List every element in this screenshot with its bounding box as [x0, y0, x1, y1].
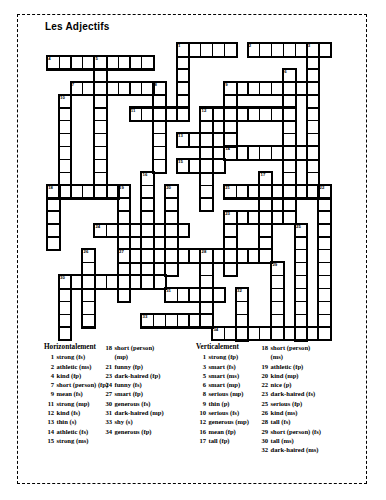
grid-cell[interactable] [177, 224, 190, 238]
grid-cell[interactable] [118, 249, 131, 263]
clue-item-number: 24 [98, 380, 112, 389]
clue-item-text: short (person) [115, 343, 155, 352]
grid-cell[interactable] [59, 185, 72, 199]
grid-cell[interactable] [283, 82, 296, 96]
grid-cell[interactable] [165, 237, 178, 251]
grid-cell[interactable] [94, 69, 107, 83]
grid-cell[interactable] [130, 82, 143, 96]
clue-item-text: short (person) (fs) [271, 427, 322, 436]
grid-cell[interactable] [318, 211, 331, 225]
grid-cell[interactable] [153, 120, 166, 134]
grid-cell[interactable] [141, 82, 154, 96]
grid-cell[interactable] [59, 327, 72, 341]
grid-cell[interactable] [59, 95, 72, 109]
grid-cell[interactable] [318, 275, 331, 289]
grid-cell[interactable] [165, 211, 178, 225]
grid-cell[interactable] [248, 249, 261, 263]
clue-item-text: smart (fs) [209, 362, 236, 371]
grid-cell[interactable] [224, 224, 237, 238]
grid-cell[interactable] [248, 185, 261, 199]
grid-cell[interactable] [271, 146, 284, 160]
grid-cell[interactable] [59, 275, 72, 289]
grid-cell[interactable] [130, 275, 143, 289]
grid-cell[interactable] [259, 108, 272, 122]
grid-cell[interactable] [283, 185, 296, 199]
grid-cell[interactable] [259, 237, 272, 251]
grid-cell[interactable] [153, 314, 166, 328]
clue-item-across-18: 18short (person) [98, 343, 164, 352]
clue-item-number: 6 [192, 380, 206, 389]
grid-cell[interactable] [47, 224, 60, 238]
grid-cell[interactable] [118, 288, 131, 302]
grid-cell[interactable] [248, 108, 261, 122]
clue-item-across-27: 27smart (fp) [98, 389, 164, 398]
grid-cell[interactable] [189, 159, 202, 173]
grid-cell[interactable] [177, 314, 190, 328]
grid-cell[interactable] [153, 133, 166, 147]
grid-cell[interactable] [236, 185, 249, 199]
grid-cell[interactable] [307, 133, 320, 147]
clue-item-number: 20 [254, 371, 268, 380]
grid-cell[interactable] [224, 43, 237, 57]
clue-item-text: athletic (fp) [271, 362, 304, 371]
grid-cell[interactable] [94, 146, 107, 160]
clue-item-number: 11 [40, 399, 54, 408]
grid-cell[interactable] [153, 95, 166, 109]
grid-cell[interactable] [307, 146, 320, 160]
grid-cell[interactable] [189, 249, 202, 263]
grid-cell[interactable] [118, 82, 131, 96]
grid-cell[interactable] [212, 288, 225, 302]
grid-cell[interactable] [200, 159, 213, 173]
grid-cell[interactable] [236, 108, 249, 122]
grid-cell[interactable] [94, 275, 107, 289]
grid-cell[interactable] [141, 185, 154, 199]
grid-cell[interactable] [224, 262, 237, 276]
grid-cell[interactable] [130, 249, 143, 263]
grid-cell[interactable] [248, 327, 261, 341]
clue-item-down-20: 20kind (mp) [254, 371, 321, 380]
grid-cell[interactable] [94, 108, 107, 122]
grid-cell[interactable] [318, 237, 331, 251]
clue-item-number: 7 [40, 380, 54, 389]
grid-cell[interactable] [318, 185, 331, 199]
grid-cell[interactable] [259, 211, 272, 225]
clue-item-across-24: 24funny (fs) [98, 380, 164, 389]
grid-cell[interactable] [200, 249, 213, 263]
grid-cell[interactable] [307, 95, 320, 109]
grid-cell[interactable] [118, 262, 131, 276]
crossword-grid: 1247911121314151821232427303133343568101… [0, 0, 386, 386]
grid-cell[interactable] [47, 237, 60, 251]
grid-cell[interactable] [177, 69, 190, 83]
grid-cell[interactable] [94, 159, 107, 173]
grid-cell[interactable] [283, 327, 296, 341]
grid-cell[interactable] [224, 237, 237, 251]
grid-cell[interactable] [295, 82, 308, 96]
grid-cell[interactable] [224, 327, 237, 341]
clue-item-across-18-cont: (mp) [98, 352, 164, 361]
grid-cell[interactable] [318, 249, 331, 263]
clue-item-number: 32 [254, 445, 268, 454]
grid-cell[interactable] [153, 108, 166, 122]
grid-cell[interactable] [271, 108, 284, 122]
grid-cell[interactable] [189, 314, 202, 328]
grid-cell[interactable] [307, 43, 320, 57]
clue-item-down-22: 22nice (p) [254, 380, 321, 389]
grid-cell[interactable] [224, 133, 237, 147]
grid-cell[interactable] [118, 275, 131, 289]
grid-cell[interactable] [212, 133, 225, 147]
grid-cell[interactable] [200, 133, 213, 147]
grid-cell[interactable] [106, 224, 119, 238]
grid-cell[interactable] [177, 108, 190, 122]
grid-cell[interactable] [271, 211, 284, 225]
grid-cell[interactable] [224, 95, 237, 109]
grid-cell[interactable] [82, 185, 95, 199]
grid-cell[interactable] [307, 185, 320, 199]
grid-cell[interactable] [71, 56, 84, 70]
grid-cell[interactable] [177, 95, 190, 109]
grid-cell[interactable] [200, 301, 213, 315]
grid-cell[interactable] [318, 327, 331, 341]
grid-cell[interactable] [94, 120, 107, 134]
clue-item-number: 2 [40, 362, 54, 371]
clue-item-down-12: 12generous (mp) [192, 417, 249, 426]
grid-cell[interactable] [283, 120, 296, 134]
grid-cell[interactable] [59, 301, 72, 315]
clue-item-text: kind (mp) [271, 371, 299, 380]
grid-cell[interactable] [165, 224, 178, 238]
grid-cell[interactable] [94, 185, 107, 199]
grid-cell[interactable] [177, 82, 190, 96]
grid-cell[interactable] [177, 43, 190, 57]
grid-cell[interactable] [236, 314, 249, 328]
grid-cell[interactable] [71, 82, 84, 96]
grid-cell[interactable] [153, 249, 166, 263]
grid-cell[interactable] [200, 146, 213, 160]
grid-cell[interactable] [295, 262, 308, 276]
grid-cell[interactable] [141, 211, 154, 225]
grid-cell[interactable] [271, 301, 284, 315]
grid-cell[interactable] [165, 262, 178, 276]
grid-cell[interactable] [82, 275, 95, 289]
clue-item-text: serious (fp) [271, 399, 303, 408]
grid-cell[interactable] [153, 82, 166, 96]
grid-cell[interactable] [106, 185, 119, 199]
grid-cell[interactable] [307, 69, 320, 83]
grid-cell[interactable] [106, 275, 119, 289]
grid-cell[interactable] [248, 146, 261, 160]
grid-cell[interactable] [318, 224, 331, 238]
grid-cell[interactable] [271, 327, 284, 341]
clue-item-number: 23 [98, 371, 112, 380]
grid-cell[interactable] [307, 56, 320, 70]
grid-cell[interactable] [271, 275, 284, 289]
grid-cell[interactable] [47, 211, 60, 225]
grid-cell[interactable] [82, 56, 95, 70]
grid-cell[interactable] [94, 224, 107, 238]
clue-item-down-25: 25serious (fp) [254, 399, 321, 408]
grid-cell[interactable] [224, 82, 237, 96]
grid-cell[interactable] [259, 82, 272, 96]
grid-cell[interactable] [59, 108, 72, 122]
grid-cell[interactable] [106, 56, 119, 70]
clue-item-text: dark-haired (fs) [271, 389, 316, 398]
grid-cell[interactable] [141, 108, 154, 122]
grid-cell[interactable] [283, 108, 296, 122]
grid-cell[interactable] [118, 237, 131, 251]
grid-cell[interactable] [177, 133, 190, 147]
grid-cell[interactable] [295, 275, 308, 289]
clue-item-across-23: 23dark-haired (fp) [98, 371, 164, 380]
grid-cell[interactable] [283, 211, 296, 225]
grid-cell[interactable] [118, 56, 131, 70]
grid-cell[interactable] [236, 82, 249, 96]
clue-item-number: 27 [98, 389, 112, 398]
grid-cell[interactable] [236, 146, 249, 160]
grid-cell[interactable] [283, 172, 296, 186]
grid-cell[interactable] [212, 159, 225, 173]
grid-cell[interactable] [165, 288, 178, 302]
clue-item-text: mean (fp) [209, 427, 236, 436]
grid-cell[interactable] [200, 198, 213, 212]
grid-cell[interactable] [165, 108, 178, 122]
grid-cell[interactable] [295, 327, 308, 341]
clue-item-text: dark-haired (fp) [115, 371, 161, 380]
grid-cell[interactable] [200, 275, 213, 289]
grid-cell[interactable] [71, 275, 84, 289]
grid-cell[interactable] [94, 172, 107, 186]
grid-cell[interactable] [271, 262, 284, 276]
grid-cell[interactable] [153, 275, 166, 289]
grid-cell[interactable] [318, 43, 331, 57]
grid-cell[interactable] [259, 43, 272, 57]
grid-cell[interactable] [248, 211, 261, 225]
grid-cell[interactable] [318, 288, 331, 302]
grid-cell[interactable] [94, 56, 107, 70]
grid-cell[interactable] [318, 314, 331, 328]
grid-cell[interactable] [177, 249, 190, 263]
grid-cell[interactable] [153, 146, 166, 160]
grid-cell[interactable] [141, 56, 154, 70]
grid-cell[interactable] [200, 172, 213, 186]
grid-cell[interactable] [59, 172, 72, 186]
grid-cell[interactable] [141, 237, 154, 251]
grid-cell[interactable] [283, 198, 296, 212]
grid-cell[interactable] [295, 288, 308, 302]
grid-cell[interactable] [200, 185, 213, 199]
grid-cell[interactable] [94, 133, 107, 147]
grid-cell[interactable] [307, 159, 320, 173]
grid-cell[interactable] [94, 82, 107, 96]
clue-item-number: 31 [98, 408, 112, 417]
clue-item-number: 10 [192, 408, 206, 417]
clue-item-number: 30 [98, 399, 112, 408]
grid-cell[interactable] [259, 185, 272, 199]
grid-cell[interactable] [141, 275, 154, 289]
clue-item-number [254, 352, 268, 361]
grid-cell[interactable] [82, 82, 95, 96]
grid-cell[interactable] [295, 249, 308, 263]
grid-cell[interactable] [236, 327, 249, 341]
grid-cell[interactable] [283, 133, 296, 147]
grid-cell[interactable] [153, 224, 166, 238]
grid-cell[interactable] [224, 108, 237, 122]
clue-item-down-26: 26kind (ms) [254, 408, 321, 417]
grid-cell[interactable] [153, 159, 166, 173]
grid-cell[interactable] [224, 211, 237, 225]
grid-cell[interactable] [212, 43, 225, 57]
clue-item-number: 18 [98, 343, 112, 352]
grid-cell[interactable] [212, 108, 225, 122]
grid-cell[interactable] [259, 224, 272, 238]
grid-cell[interactable] [283, 95, 296, 109]
grid-cell[interactable] [259, 172, 272, 186]
grid-cell[interactable] [318, 301, 331, 315]
grid-cell[interactable] [259, 249, 272, 263]
grid-cell[interactable] [106, 82, 119, 96]
grid-cell[interactable] [82, 301, 95, 315]
grid-cell[interactable] [295, 314, 308, 328]
grid-cell[interactable] [165, 249, 178, 263]
grid-cell[interactable] [118, 185, 131, 199]
grid-cell[interactable] [130, 56, 143, 70]
clue-item-text: tall (fs) [271, 417, 291, 426]
clue-item-number: 18 [254, 343, 268, 352]
grid-cell[interactable] [118, 224, 131, 238]
clue-item-text: shy (s) [115, 417, 133, 426]
grid-cell[interactable] [200, 262, 213, 276]
grid-cell[interactable] [141, 198, 154, 212]
grid-cell[interactable] [295, 185, 308, 199]
grid-cell[interactable] [82, 262, 95, 276]
grid-cell[interactable] [165, 198, 178, 212]
grid-cell[interactable] [189, 133, 202, 147]
grid-cell[interactable] [59, 159, 72, 173]
grid-cell[interactable] [82, 288, 95, 302]
clue-header-down: Verticalement [196, 343, 249, 352]
grid-cell[interactable] [271, 288, 284, 302]
grid-cell[interactable] [283, 69, 296, 83]
clue-item-down-16: 16mean (fp) [192, 427, 249, 436]
grid-cell[interactable] [141, 249, 154, 263]
grid-cell[interactable] [236, 249, 249, 263]
grid-cell[interactable] [189, 288, 202, 302]
grid-cell[interactable] [200, 120, 213, 134]
grid-cell[interactable] [165, 185, 178, 199]
grid-cell[interactable] [71, 185, 84, 199]
grid-cell[interactable] [82, 314, 95, 328]
grid-cell[interactable] [307, 108, 320, 122]
grid-cell[interactable] [224, 249, 237, 263]
grid-cell[interactable] [271, 185, 284, 199]
grid-cell[interactable] [271, 314, 284, 328]
grid-cell[interactable] [200, 288, 213, 302]
grid-cell[interactable] [59, 314, 72, 328]
grid-cell[interactable] [141, 224, 154, 238]
grid-cell[interactable] [82, 249, 95, 263]
grid-cell[interactable] [177, 56, 190, 70]
grid-cell[interactable] [295, 237, 308, 251]
grid-cell[interactable] [47, 198, 60, 212]
clue-item-text: strong (fp) [209, 352, 239, 361]
grid-cell[interactable] [59, 56, 72, 70]
clue-item-number: 4 [40, 371, 54, 380]
grid-cell[interactable] [118, 198, 131, 212]
grid-cell[interactable] [118, 211, 131, 225]
grid-cell[interactable] [283, 159, 296, 173]
worksheet-page: Les Adjectifs 12479111213141518212324273… [0, 0, 386, 500]
grid-cell[interactable] [248, 43, 261, 57]
grid-cell[interactable] [283, 146, 296, 160]
grid-cell[interactable] [283, 43, 296, 57]
grid-cell[interactable] [248, 82, 261, 96]
grid-cell[interactable] [130, 108, 143, 122]
grid-cell[interactable] [236, 211, 249, 225]
grid-cell[interactable] [295, 43, 308, 57]
grid-cell[interactable] [59, 120, 72, 134]
grid-cell[interactable] [189, 43, 202, 57]
grid-cell[interactable] [224, 185, 237, 199]
grid-cell[interactable] [307, 120, 320, 134]
clue-item-down-18: 18short (person) [254, 343, 321, 352]
grid-cell[interactable] [271, 43, 284, 57]
grid-cell[interactable] [130, 224, 143, 238]
grid-cell[interactable] [165, 314, 178, 328]
grid-cell[interactable] [259, 327, 272, 341]
clue-item-text: smart (mp) [209, 380, 241, 389]
grid-cell[interactable] [307, 172, 320, 186]
grid-cell[interactable] [295, 224, 308, 238]
grid-cell[interactable] [224, 120, 237, 134]
grid-cell[interactable] [236, 301, 249, 315]
grid-cell[interactable] [59, 133, 72, 147]
grid-cell[interactable] [200, 43, 213, 57]
grid-cell[interactable] [94, 95, 107, 109]
grid-cell[interactable] [59, 288, 72, 302]
grid-cell[interactable] [318, 198, 331, 212]
grid-cell[interactable] [177, 159, 190, 173]
grid-cell[interactable] [141, 262, 154, 276]
clue-item-text: serious (mp) [209, 389, 244, 398]
grid-cell[interactable] [295, 301, 308, 315]
grid-cell[interactable] [47, 185, 60, 199]
grid-cell[interactable] [259, 198, 272, 212]
clue-item-down-28: 28tall (fs) [254, 417, 321, 426]
grid-cell[interactable] [259, 146, 272, 160]
grid-cell[interactable] [200, 108, 213, 122]
grid-cell[interactable] [212, 327, 225, 341]
grid-cell[interactable] [271, 82, 284, 96]
clue-item-number: 9 [40, 389, 54, 398]
grid-cell[interactable] [307, 82, 320, 96]
grid-cell[interactable] [318, 262, 331, 276]
grid-cell[interactable] [295, 146, 308, 160]
grid-cell[interactable] [212, 249, 225, 263]
clue-item-text: tall (fp) [209, 436, 230, 445]
clue-item-down-30: 30tall (ms) [254, 436, 321, 445]
grid-cell[interactable] [141, 314, 154, 328]
grid-cell[interactable] [177, 288, 190, 302]
grid-cell[interactable] [47, 56, 60, 70]
grid-cell[interactable] [307, 327, 320, 341]
grid-cell[interactable] [224, 146, 237, 160]
grid-cell[interactable] [59, 146, 72, 160]
grid-cell[interactable] [200, 314, 213, 328]
grid-cell[interactable] [141, 172, 154, 186]
grid-cell[interactable] [236, 288, 249, 302]
